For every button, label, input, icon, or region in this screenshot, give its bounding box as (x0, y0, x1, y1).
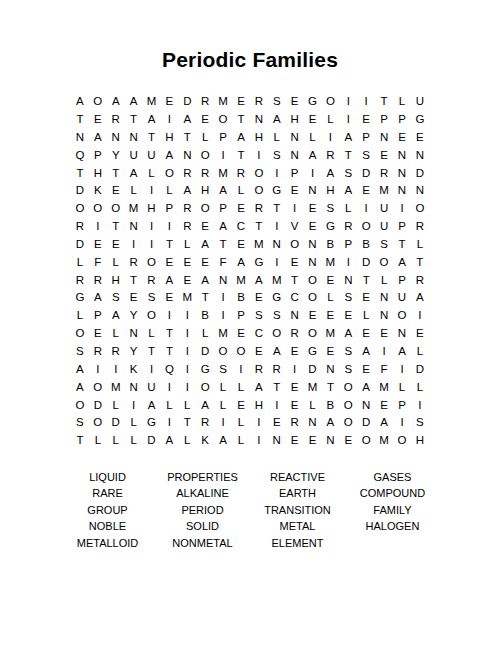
grid-cell-r14c3: L (107, 325, 125, 343)
grid-cell-r10c10: A (232, 254, 250, 272)
grid-cell-r12c10: B (232, 289, 250, 307)
grid-cell-r1c11: R (250, 93, 268, 111)
grid-cell-r4c5: U (143, 147, 161, 165)
grid-cell-r12c12: G (268, 289, 286, 307)
word-list-item: METAL (250, 518, 345, 534)
grid-cell-r17c13: E (286, 379, 304, 397)
grid-cell-r7c2: O (89, 200, 107, 218)
grid-cell-r17c9: L (214, 379, 232, 397)
grid-cell-r6c5: I (143, 182, 161, 200)
grid-cell-r7c8: O (196, 200, 214, 218)
grid-cell-r19c12: E (268, 414, 286, 432)
grid-cell-r4c2: P (89, 147, 107, 165)
grid-cell-r20c20: H (411, 432, 429, 450)
grid-cell-r7c16: L (339, 200, 357, 218)
grid-cell-r8c2: I (89, 218, 107, 236)
grid-cell-r10c6: E (160, 254, 178, 272)
grid-cell-r8c15: G (321, 218, 339, 236)
grid-cell-r10c16: I (339, 254, 357, 272)
grid-cell-r19c3: D (107, 414, 125, 432)
grid-cell-r9c16: P (339, 236, 357, 254)
word-list-column-1: LIQUIDRAREGROUPNOBLEMETALLOID (60, 469, 155, 551)
grid-cell-r3c2: A (89, 129, 107, 147)
grid-cell-r6c18: M (375, 182, 393, 200)
grid-cell-r7c15: S (321, 200, 339, 218)
grid-cell-r12c11: E (250, 289, 268, 307)
grid-cell-r14c6: T (160, 325, 178, 343)
letter-grid: AOAAMEDRMERSEGOIITLUTERTAIAEOTNAHELIEPPG… (71, 93, 429, 450)
grid-cell-r18c14: L (304, 396, 322, 414)
grid-cell-r12c4: E (125, 289, 143, 307)
grid-cell-r15c16: S (339, 343, 357, 361)
grid-cell-r17c6: I (160, 379, 178, 397)
grid-cell-r19c1: S (71, 414, 89, 432)
grid-cell-r13c12: S (268, 307, 286, 325)
grid-cell-r7c19: I (393, 200, 411, 218)
grid-cell-r9c13: O (286, 236, 304, 254)
grid-cell-r11c13: T (286, 271, 304, 289)
word-list-item: PERIOD (155, 502, 250, 518)
grid-cell-r14c2: E (89, 325, 107, 343)
grid-cell-r19c5: G (143, 414, 161, 432)
grid-cell-r4c19: N (393, 147, 411, 165)
grid-cell-r11c19: P (393, 271, 411, 289)
grid-cell-r13c2: P (89, 307, 107, 325)
grid-cell-r3c4: N (125, 129, 143, 147)
grid-cell-r12c20: A (411, 289, 429, 307)
grid-cell-r20c9: A (214, 432, 232, 450)
grid-cell-r15c20: L (411, 343, 429, 361)
grid-cell-r4c1: Q (71, 147, 89, 165)
grid-cell-r13c10: P (232, 307, 250, 325)
grid-cell-r12c19: U (393, 289, 411, 307)
grid-cell-r16c3: I (107, 361, 125, 379)
word-list-item: HALOGEN (345, 518, 440, 534)
grid-cell-r3c5: T (143, 129, 161, 147)
grid-cell-r20c15: N (321, 432, 339, 450)
grid-cell-r8c4: N (125, 218, 143, 236)
grid-cell-r4c8: O (196, 147, 214, 165)
grid-cell-r18c17: N (357, 396, 375, 414)
grid-cell-r15c10: O (232, 343, 250, 361)
grid-cell-r6c3: E (107, 182, 125, 200)
grid-cell-r20c8: K (196, 432, 214, 450)
grid-cell-r1c1: A (71, 93, 89, 111)
grid-cell-r2c9: O (214, 111, 232, 129)
grid-cell-r8c5: I (143, 218, 161, 236)
grid-cell-r7c5: H (143, 200, 161, 218)
word-list-column-4: GASESCOMPOUNDFAMILYHALOGEN (345, 469, 440, 551)
grid-cell-r1c10: E (232, 93, 250, 111)
grid-cell-r14c4: N (125, 325, 143, 343)
grid-cell-r7c13: I (286, 200, 304, 218)
grid-cell-r12c14: O (304, 289, 322, 307)
word-list-item: GASES (345, 469, 440, 485)
grid-cell-r20c14: E (304, 432, 322, 450)
grid-cell-r8c14: E (304, 218, 322, 236)
grid-cell-r4c14: A (304, 147, 322, 165)
grid-cell-r12c5: S (143, 289, 161, 307)
grid-cell-r16c10: I (232, 361, 250, 379)
grid-cell-r3c8: L (196, 129, 214, 147)
grid-cell-r20c12: N (268, 432, 286, 450)
grid-cell-r8c6: I (160, 218, 178, 236)
grid-cell-r13c4: Y (125, 307, 143, 325)
grid-cell-r13c11: S (250, 307, 268, 325)
word-search-page: Periodic Families AOAAMEDRMERSEGOIITLUTE… (0, 0, 500, 647)
grid-cell-r5c8: R (196, 164, 214, 182)
grid-cell-r3c14: L (304, 129, 322, 147)
grid-cell-r3c3: N (107, 129, 125, 147)
grid-cell-r4c20: N (411, 147, 429, 165)
grid-cell-r1c8: R (196, 93, 214, 111)
grid-cell-r1c3: A (107, 93, 125, 111)
grid-cell-r19c11: I (250, 414, 268, 432)
grid-cell-r19c15: A (321, 414, 339, 432)
grid-cell-r1c18: T (375, 93, 393, 111)
grid-cell-r8c11: T (250, 218, 268, 236)
grid-cell-r1c4: A (125, 93, 143, 111)
word-list-item: TRANSITION (250, 502, 345, 518)
grid-cell-r16c7: I (178, 361, 196, 379)
grid-cell-r2c2: E (89, 111, 107, 129)
grid-cell-r13c5: O (143, 307, 161, 325)
grid-cell-r19c18: A (375, 414, 393, 432)
grid-cell-r2c8: E (196, 111, 214, 129)
grid-cell-r16c1: A (71, 361, 89, 379)
grid-cell-r1c13: E (286, 93, 304, 111)
grid-cell-r14c7: I (178, 325, 196, 343)
grid-cell-r17c11: A (250, 379, 268, 397)
grid-cell-r6c15: H (321, 182, 339, 200)
grid-cell-r4c11: I (250, 147, 268, 165)
word-list-item: PROPERTIES (155, 469, 250, 485)
grid-cell-r16c14: D (304, 361, 322, 379)
grid-cell-r5c16: S (339, 164, 357, 182)
grid-cell-r10c12: I (268, 254, 286, 272)
grid-cell-r11c17: T (357, 271, 375, 289)
grid-cell-r15c15: E (321, 343, 339, 361)
grid-cell-r3c12: L (268, 129, 286, 147)
grid-cell-r20c11: I (250, 432, 268, 450)
grid-cell-r12c17: E (357, 289, 375, 307)
grid-cell-r13c16: E (339, 307, 357, 325)
grid-cell-r9c14: N (304, 236, 322, 254)
grid-cell-r17c7: I (178, 379, 196, 397)
grid-cell-r11c9: N (214, 271, 232, 289)
grid-cell-r11c16: N (339, 271, 357, 289)
grid-cell-r12c7: M (178, 289, 196, 307)
grid-cell-r17c15: T (321, 379, 339, 397)
grid-cell-r8c3: T (107, 218, 125, 236)
grid-cell-r7c18: U (375, 200, 393, 218)
grid-cell-r9c15: B (321, 236, 339, 254)
grid-cell-r13c13: N (286, 307, 304, 325)
grid-cell-r17c14: M (304, 379, 322, 397)
grid-cell-r10c14: N (304, 254, 322, 272)
grid-cell-r6c7: A (178, 182, 196, 200)
grid-cell-r7c12: T (268, 200, 286, 218)
grid-cell-r20c17: O (357, 432, 375, 450)
grid-cell-r12c18: N (375, 289, 393, 307)
grid-cell-r5c18: R (375, 164, 393, 182)
grid-cell-r12c2: A (89, 289, 107, 307)
grid-cell-r1c5: M (143, 93, 161, 111)
grid-cell-r18c10: E (232, 396, 250, 414)
grid-cell-r18c1: O (71, 396, 89, 414)
grid-cell-r8c17: O (357, 218, 375, 236)
grid-cell-r8c9: A (214, 218, 232, 236)
grid-cell-r2c12: A (268, 111, 286, 129)
grid-cell-r3c20: E (411, 129, 429, 147)
grid-cell-r4c16: T (339, 147, 357, 165)
grid-cell-r11c7: E (178, 271, 196, 289)
word-list-item: REACTIVE (250, 469, 345, 485)
grid-cell-r20c1: T (71, 432, 89, 450)
grid-cell-r9c12: N (268, 236, 286, 254)
grid-cell-r12c15: L (321, 289, 339, 307)
grid-cell-r15c5: T (143, 343, 161, 361)
grid-cell-r18c9: L (214, 396, 232, 414)
grid-cell-r6c11: O (250, 182, 268, 200)
grid-cell-r11c4: T (125, 271, 143, 289)
grid-cell-r14c16: A (339, 325, 357, 343)
grid-cell-r10c11: G (250, 254, 268, 272)
grid-cell-r14c8: L (196, 325, 214, 343)
grid-cell-r8c20: R (411, 218, 429, 236)
grid-cell-r1c14: G (304, 93, 322, 111)
word-list-column-2: PROPERTIESALKALINEPERIODSOLIDNONMETAL (155, 469, 250, 551)
word-list-item: FAMILY (345, 502, 440, 518)
grid-cell-r8c16: R (339, 218, 357, 236)
grid-cell-r16c11: R (250, 361, 268, 379)
grid-cell-r19c8: R (196, 414, 214, 432)
grid-cell-r15c13: E (286, 343, 304, 361)
grid-cell-r18c13: E (286, 396, 304, 414)
grid-cell-r19c7: T (178, 414, 196, 432)
grid-cell-r17c5: U (143, 379, 161, 397)
grid-cell-r15c6: T (160, 343, 178, 361)
grid-cell-r14c14: O (304, 325, 322, 343)
grid-cell-r2c4: T (125, 111, 143, 129)
grid-cell-r10c17: D (357, 254, 375, 272)
grid-cell-r9c11: M (250, 236, 268, 254)
grid-cell-r4c15: R (321, 147, 339, 165)
grid-cell-r10c2: F (89, 254, 107, 272)
grid-cell-r5c10: R (232, 164, 250, 182)
grid-cell-r3c19: E (393, 129, 411, 147)
grid-cell-r16c15: N (321, 361, 339, 379)
grid-cell-r18c18: E (375, 396, 393, 414)
grid-cell-r15c3: R (107, 343, 125, 361)
grid-cell-r13c7: I (178, 307, 196, 325)
grid-cell-r1c16: I (339, 93, 357, 111)
grid-cell-r10c7: E (178, 254, 196, 272)
grid-cell-r19c9: I (214, 414, 232, 432)
grid-cell-r8c8: E (196, 218, 214, 236)
grid-cell-r10c8: E (196, 254, 214, 272)
grid-cell-r3c13: N (286, 129, 304, 147)
grid-cell-r5c15: A (321, 164, 339, 182)
grid-cell-r12c16: S (339, 289, 357, 307)
word-list-item: NONMETAL (155, 535, 250, 551)
grid-cell-r3c11: H (250, 129, 268, 147)
grid-cell-r8c7: R (178, 218, 196, 236)
grid-cell-r20c10: L (232, 432, 250, 450)
grid-cell-r2c19: P (393, 111, 411, 129)
grid-cell-r15c11: E (250, 343, 268, 361)
grid-cell-r12c8: T (196, 289, 214, 307)
grid-cell-r19c20: S (411, 414, 429, 432)
grid-cell-r2c14: E (304, 111, 322, 129)
grid-cell-r7c1: O (71, 200, 89, 218)
grid-cell-r14c9: M (214, 325, 232, 343)
grid-cell-r11c20: R (411, 271, 429, 289)
grid-cell-r19c2: O (89, 414, 107, 432)
grid-cell-r18c5: A (143, 396, 161, 414)
grid-cell-r5c6: O (160, 164, 178, 182)
grid-cell-r2c1: T (71, 111, 89, 129)
grid-cell-r14c12: O (268, 325, 286, 343)
grid-cell-r9c2: E (89, 236, 107, 254)
grid-cell-r14c19: N (393, 325, 411, 343)
grid-cell-r16c5: I (143, 361, 161, 379)
grid-cell-r12c6: E (160, 289, 178, 307)
grid-cell-r12c1: G (71, 289, 89, 307)
grid-cell-r11c5: R (143, 271, 161, 289)
grid-cell-r19c19: I (393, 414, 411, 432)
grid-cell-r1c15: O (321, 93, 339, 111)
grid-cell-r11c15: E (321, 271, 339, 289)
grid-cell-r8c19: P (393, 218, 411, 236)
grid-cell-r4c17: S (357, 147, 375, 165)
grid-cell-r1c9: M (214, 93, 232, 111)
grid-cell-r2c5: A (143, 111, 161, 129)
grid-cell-r15c7: I (178, 343, 196, 361)
grid-cell-r20c19: O (393, 432, 411, 450)
grid-cell-r17c8: O (196, 379, 214, 397)
grid-cell-r7c11: R (250, 200, 268, 218)
grid-cell-r5c20: D (411, 164, 429, 182)
grid-cell-r1c19: L (393, 93, 411, 111)
grid-cell-r6c14: N (304, 182, 322, 200)
grid-cell-r20c3: L (107, 432, 125, 450)
grid-cell-r4c18: E (375, 147, 393, 165)
grid-cell-r1c2: O (89, 93, 107, 111)
grid-cell-r2c13: H (286, 111, 304, 129)
grid-cell-r5c12: I (268, 164, 286, 182)
grid-cell-r4c12: S (268, 147, 286, 165)
grid-cell-r12c13: C (286, 289, 304, 307)
grid-cell-r16c20: D (411, 361, 429, 379)
grid-cell-r3c16: A (339, 129, 357, 147)
grid-cell-r16c9: S (214, 361, 232, 379)
grid-cell-r10c19: A (393, 254, 411, 272)
grid-cell-r18c19: P (393, 396, 411, 414)
grid-cell-r10c3: L (107, 254, 125, 272)
grid-cell-r13c1: L (71, 307, 89, 325)
grid-cell-r9c19: T (393, 236, 411, 254)
grid-cell-r19c6: I (160, 414, 178, 432)
word-list: LIQUIDRAREGROUPNOBLEMETALLOIDPROPERTIESA… (60, 469, 440, 551)
grid-cell-r7c3: O (107, 200, 125, 218)
grid-cell-r10c4: R (125, 254, 143, 272)
grid-cell-r15c4: Y (125, 343, 143, 361)
grid-cell-r13c9: I (214, 307, 232, 325)
grid-cell-r6c10: L (232, 182, 250, 200)
grid-cell-r1c7: D (178, 93, 196, 111)
grid-cell-r11c2: R (89, 271, 107, 289)
grid-cell-r5c9: M (214, 164, 232, 182)
word-list-item: METALLOID (60, 535, 155, 551)
grid-cell-r7c20: O (411, 200, 429, 218)
grid-cell-r9c6: T (160, 236, 178, 254)
grid-cell-r5c17: D (357, 164, 375, 182)
grid-cell-r6c16: A (339, 182, 357, 200)
grid-cell-r6c19: N (393, 182, 411, 200)
grid-cell-r11c3: H (107, 271, 125, 289)
grid-cell-r20c2: L (89, 432, 107, 450)
grid-cell-r11c8: A (196, 271, 214, 289)
grid-cell-r19c13: R (286, 414, 304, 432)
grid-cell-r11c10: M (232, 271, 250, 289)
word-list-item: RARE (60, 485, 155, 501)
grid-cell-r6c17: E (357, 182, 375, 200)
grid-cell-r13c17: L (357, 307, 375, 325)
grid-cell-r6c20: N (411, 182, 429, 200)
grid-cell-r11c18: L (375, 271, 393, 289)
grid-cell-r1c6: E (160, 93, 178, 111)
grid-cell-r6c4: L (125, 182, 143, 200)
grid-cell-r13c19: O (393, 307, 411, 325)
grid-cell-r5c7: R (178, 164, 196, 182)
grid-cell-r9c3: E (107, 236, 125, 254)
word-list-item: GROUP (60, 502, 155, 518)
grid-cell-r17c2: O (89, 379, 107, 397)
grid-cell-r15c2: R (89, 343, 107, 361)
grid-cell-r5c13: P (286, 164, 304, 182)
grid-cell-r1c12: S (268, 93, 286, 111)
grid-cell-r1c17: I (357, 93, 375, 111)
grid-cell-r18c6: L (160, 396, 178, 414)
grid-cell-r7c9: P (214, 200, 232, 218)
grid-cell-r20c18: M (375, 432, 393, 450)
grid-cell-r20c16: E (339, 432, 357, 450)
grid-cell-r9c10: E (232, 236, 250, 254)
grid-cell-r5c4: A (125, 164, 143, 182)
grid-cell-r14c5: L (143, 325, 161, 343)
grid-cell-r13c15: E (321, 307, 339, 325)
grid-cell-r18c20: I (411, 396, 429, 414)
grid-cell-r5c14: I (304, 164, 322, 182)
grid-cell-r2c7: A (178, 111, 196, 129)
grid-cell-r19c14: N (304, 414, 322, 432)
grid-cell-r5c11: O (250, 164, 268, 182)
grid-cell-r6c2: K (89, 182, 107, 200)
grid-cell-r3c18: N (375, 129, 393, 147)
grid-cell-r2c18: P (375, 111, 393, 129)
grid-cell-r4c3: Y (107, 147, 125, 165)
grid-cell-r9c1: D (71, 236, 89, 254)
grid-cell-r18c16: O (339, 396, 357, 414)
grid-cell-r17c16: O (339, 379, 357, 397)
grid-cell-r8c10: C (232, 218, 250, 236)
grid-cell-r20c13: E (286, 432, 304, 450)
word-list-item: LIQUID (60, 469, 155, 485)
grid-cell-r13c18: N (375, 307, 393, 325)
grid-cell-r3c10: A (232, 129, 250, 147)
grid-cell-r2c16: I (339, 111, 357, 129)
